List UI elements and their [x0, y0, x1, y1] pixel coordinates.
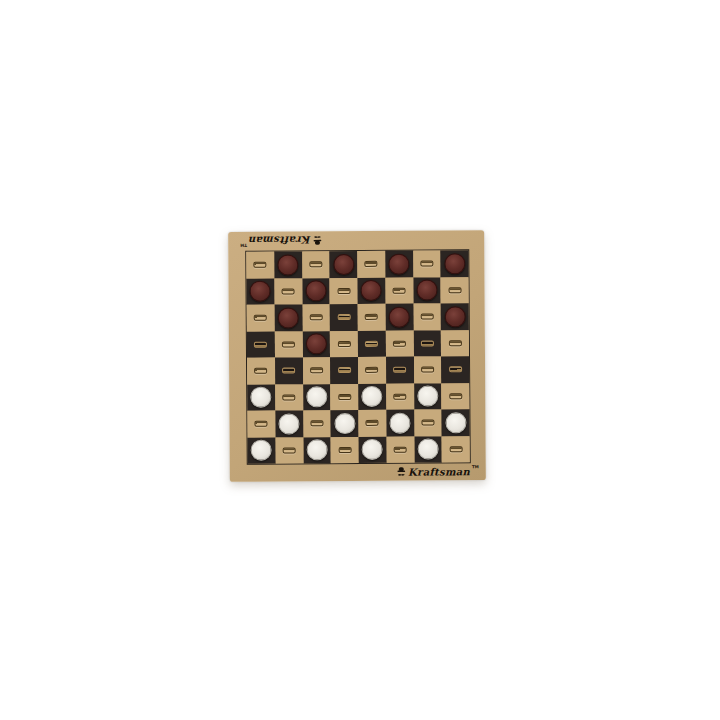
- board-square-r7c2[interactable]: [275, 410, 303, 437]
- board-square-r2c5[interactable]: [357, 277, 385, 304]
- board-square-r8c5[interactable]: [359, 436, 387, 463]
- piece-slot: [421, 340, 434, 346]
- board-square-r7c3[interactable]: [303, 410, 331, 437]
- board-square-r5c7[interactable]: [414, 356, 442, 383]
- board-square-r6c1[interactable]: [247, 384, 275, 411]
- piece-slot: [421, 314, 434, 320]
- white-piece[interactable]: [306, 386, 327, 407]
- piece-slot: [420, 261, 433, 267]
- board-grid: [245, 249, 470, 465]
- board-square-r4c4[interactable]: [330, 330, 358, 357]
- board-square-r3c5[interactable]: [358, 304, 386, 331]
- board-square-r1c6[interactable]: [385, 251, 413, 278]
- piece-slot: [338, 341, 351, 347]
- white-piece[interactable]: [390, 412, 411, 433]
- board-square-r4c1[interactable]: [247, 331, 275, 358]
- board-square-r8c8[interactable]: [442, 436, 470, 463]
- board-square-r7c1[interactable]: [247, 411, 275, 438]
- photo-canvas: Kraftsman TM Kraftsman TM: [0, 0, 720, 720]
- piece-slot: [338, 367, 351, 373]
- piece-slot: [338, 447, 351, 453]
- board-square-r3c6[interactable]: [385, 304, 413, 331]
- piece-slot: [282, 341, 295, 347]
- kraftsman-hat-mustache-icon: [313, 234, 322, 245]
- board-square-r3c4[interactable]: [330, 304, 358, 331]
- board-square-r6c2[interactable]: [275, 384, 303, 411]
- piece-slot: [338, 394, 351, 400]
- board-square-r1c5[interactable]: [357, 251, 385, 278]
- board-square-r1c2[interactable]: [274, 251, 302, 278]
- board-square-r1c1[interactable]: [246, 252, 274, 279]
- piece-slot: [365, 367, 378, 373]
- piece-slot: [393, 367, 406, 373]
- piece-slot: [309, 261, 322, 267]
- red-piece[interactable]: [444, 306, 465, 327]
- board-square-r4c8[interactable]: [441, 330, 469, 357]
- white-piece[interactable]: [362, 386, 383, 407]
- board-square-r1c3[interactable]: [302, 251, 330, 278]
- board-square-r6c7[interactable]: [414, 383, 442, 410]
- piece-slot: [282, 368, 295, 374]
- white-piece[interactable]: [251, 387, 272, 408]
- trademark-symbol: TM: [240, 243, 247, 247]
- board-square-r5c5[interactable]: [358, 357, 386, 384]
- board-square-r1c8[interactable]: [441, 250, 469, 277]
- piece-slot: [282, 288, 295, 294]
- board-square-r4c3[interactable]: [302, 331, 330, 358]
- board-square-r3c8[interactable]: [441, 303, 469, 330]
- white-piece[interactable]: [445, 412, 466, 433]
- piece-slot: [310, 367, 323, 373]
- white-piece[interactable]: [279, 413, 300, 434]
- board-square-r4c7[interactable]: [413, 330, 441, 357]
- checkers-board: Kraftsman TM Kraftsman TM: [228, 230, 486, 482]
- board-square-r2c1[interactable]: [246, 278, 274, 305]
- board-square-r4c2[interactable]: [275, 331, 303, 358]
- piece-slot: [421, 420, 434, 426]
- board-square-r6c6[interactable]: [386, 383, 414, 410]
- piece-slot: [254, 315, 267, 321]
- piece-slot: [310, 420, 323, 426]
- board-square-r7c4[interactable]: [331, 410, 359, 437]
- red-piece[interactable]: [305, 280, 326, 301]
- kraftsman-hat-mustache-icon: [397, 467, 406, 478]
- board-square-r3c7[interactable]: [413, 303, 441, 330]
- board-square-r5c6[interactable]: [386, 357, 414, 384]
- red-piece[interactable]: [388, 253, 409, 274]
- board-square-r8c2[interactable]: [275, 437, 303, 464]
- red-piece[interactable]: [333, 254, 354, 275]
- piece-slot: [254, 262, 267, 268]
- white-piece[interactable]: [306, 439, 327, 460]
- piece-slot: [449, 446, 462, 452]
- piece-slot: [394, 446, 407, 452]
- board-square-r1c4[interactable]: [330, 251, 358, 278]
- brand-logo-bottom: Kraftsman TM: [397, 466, 479, 478]
- board-square-r2c8[interactable]: [441, 277, 469, 304]
- piece-slot: [254, 368, 267, 374]
- piece-slot: [449, 393, 462, 399]
- board-square-r6c4[interactable]: [330, 383, 358, 410]
- white-piece[interactable]: [417, 386, 438, 407]
- board-square-r8c4[interactable]: [331, 436, 359, 463]
- red-piece[interactable]: [250, 281, 271, 302]
- board-square-r5c2[interactable]: [275, 357, 303, 384]
- piece-slot: [449, 340, 462, 346]
- piece-slot: [254, 341, 267, 347]
- brand-name: Kraftsman: [249, 234, 311, 244]
- white-piece[interactable]: [251, 440, 272, 461]
- piece-slot: [421, 367, 434, 373]
- red-piece[interactable]: [416, 280, 437, 301]
- board-square-r3c3[interactable]: [302, 304, 330, 331]
- red-piece[interactable]: [389, 306, 410, 327]
- white-piece[interactable]: [334, 413, 355, 434]
- piece-slot: [365, 341, 378, 347]
- piece-slot: [337, 314, 350, 320]
- board-square-r7c8[interactable]: [442, 409, 470, 436]
- piece-slot: [448, 287, 461, 293]
- trademark-symbol: TM: [472, 465, 479, 469]
- red-piece[interactable]: [361, 280, 382, 301]
- piece-slot: [365, 261, 378, 267]
- brand-name: Kraftsman: [408, 467, 470, 477]
- piece-slot: [393, 287, 406, 293]
- piece-slot: [283, 447, 296, 453]
- board-square-r7c6[interactable]: [386, 410, 414, 437]
- board-square-r7c7[interactable]: [414, 409, 442, 436]
- board-square-r8c7[interactable]: [414, 436, 442, 463]
- white-piece[interactable]: [417, 439, 438, 460]
- piece-slot: [366, 420, 379, 426]
- brand-logo-top: Kraftsman TM: [240, 234, 322, 246]
- board-square-r1c7[interactable]: [413, 250, 441, 277]
- piece-slot: [365, 314, 378, 320]
- piece-slot: [393, 340, 406, 346]
- board-square-r2c3[interactable]: [302, 278, 330, 305]
- white-piece[interactable]: [362, 439, 383, 460]
- piece-slot: [310, 314, 323, 320]
- piece-slot: [255, 421, 268, 427]
- red-piece[interactable]: [306, 333, 327, 354]
- board-square-r8c1[interactable]: [248, 437, 276, 464]
- board-square-r6c8[interactable]: [441, 383, 469, 410]
- board-square-r4c6[interactable]: [386, 330, 414, 357]
- piece-slot: [337, 288, 350, 294]
- board-square-r2c6[interactable]: [385, 277, 413, 304]
- red-piece[interactable]: [278, 307, 299, 328]
- board-square-r4c5[interactable]: [358, 330, 386, 357]
- board-square-r3c1[interactable]: [247, 305, 275, 332]
- board-square-r5c4[interactable]: [330, 357, 358, 384]
- board-square-r7c5[interactable]: [358, 410, 386, 437]
- red-piece[interactable]: [444, 253, 465, 274]
- piece-slot: [393, 393, 406, 399]
- piece-slot: [282, 394, 295, 400]
- board-square-r5c8[interactable]: [441, 356, 469, 383]
- red-piece[interactable]: [277, 254, 298, 275]
- board-square-r2c7[interactable]: [413, 277, 441, 304]
- board-square-r3c2[interactable]: [274, 304, 302, 331]
- board-square-r2c4[interactable]: [330, 277, 358, 304]
- board-square-r5c1[interactable]: [247, 358, 275, 385]
- board-square-r6c5[interactable]: [358, 383, 386, 410]
- board-square-r2c2[interactable]: [274, 278, 302, 305]
- board-square-r8c3[interactable]: [303, 437, 331, 464]
- board-square-r5c3[interactable]: [303, 357, 331, 384]
- board-square-r8c6[interactable]: [386, 436, 414, 463]
- board-square-r6c3[interactable]: [303, 384, 331, 411]
- piece-slot: [449, 367, 462, 373]
